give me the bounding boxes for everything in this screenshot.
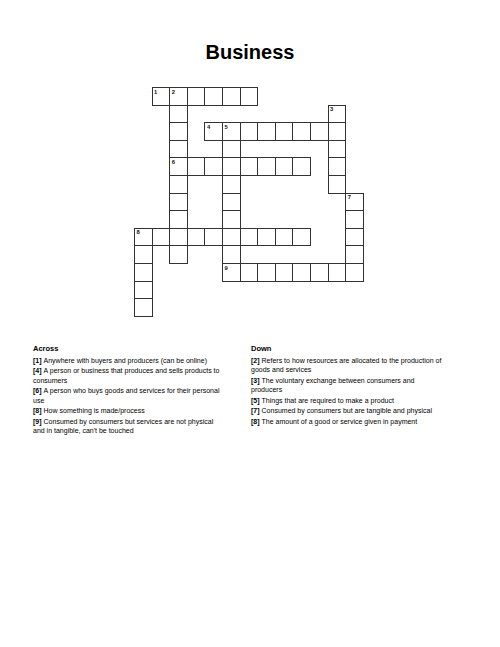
grid-cell-r4c4[interactable] (204, 157, 223, 176)
down-header: Down (251, 344, 473, 353)
clue-down-8: [8]The amount of a good or service given… (251, 417, 473, 427)
grid-cell-r4c5[interactable] (222, 157, 241, 176)
clue-number: 4 (207, 124, 210, 130)
grid-cell-r0c5[interactable] (222, 87, 241, 106)
grid-cell-r8c5[interactable] (222, 228, 241, 247)
grid-cell-r8c3[interactable] (187, 228, 206, 247)
grid-cell-r10c5[interactable]: 9 (222, 263, 241, 282)
clue-number: 6 (172, 159, 175, 165)
clue-text: Refers to how resources are allocated to… (251, 357, 441, 374)
grid-cell-r9c2[interactable] (169, 245, 188, 264)
clue-text: A person or business that produces and s… (33, 367, 219, 384)
clue-number-label: [6] (33, 387, 42, 394)
clue-text: A person who buys goods and services for… (33, 387, 219, 404)
grid-cell-r8c0[interactable]: 8 (134, 228, 153, 247)
grid-cell-r6c2[interactable] (169, 193, 188, 212)
clue-number: 2 (172, 89, 175, 95)
grid-cell-r9c12[interactable] (345, 245, 364, 264)
grid-cell-r0c2[interactable]: 2 (169, 87, 188, 106)
grid-cell-r9c5[interactable] (222, 245, 241, 264)
clue-across-1: [1]Anywhere with buyers and producers (c… (33, 356, 245, 366)
puzzle-title: Business (0, 40, 500, 64)
grid-cell-r8c4[interactable] (204, 228, 223, 247)
grid-cell-r1c11[interactable]: 3 (328, 105, 347, 124)
clue-number-label: [3] (251, 377, 260, 384)
grid-cell-r9c0[interactable] (134, 245, 153, 264)
clue-number: 9 (225, 265, 228, 271)
grid-cell-r8c12[interactable] (345, 228, 364, 247)
clue-text: Things that are required to make a produ… (262, 397, 394, 404)
grid-cell-r0c3[interactable] (187, 87, 206, 106)
grid-cell-r3c2[interactable] (169, 140, 188, 159)
across-clue-list: [1]Anywhere with buyers and producers (c… (33, 356, 245, 436)
clue-down-5: [5]Things that are required to make a pr… (251, 396, 473, 406)
across-header: Across (33, 344, 245, 353)
grid-cell-r2c2[interactable] (169, 122, 188, 141)
grid-cell-r10c10[interactable] (310, 263, 329, 282)
grid-cell-r3c5[interactable] (222, 140, 241, 159)
grid-cell-r10c9[interactable] (292, 263, 311, 282)
grid-cell-r4c3[interactable] (187, 157, 206, 176)
clue-number-label: [4] (33, 367, 42, 374)
grid-cell-r12c0[interactable] (134, 298, 153, 317)
grid-cell-r2c4[interactable]: 4 (204, 122, 223, 141)
clue-text: The voluntary exchange between consumers… (251, 377, 415, 394)
grid-cell-r8c6[interactable] (240, 228, 259, 247)
clue-number-label: [9] (33, 418, 42, 425)
clue-number-label: [8] (251, 418, 260, 425)
grid-cell-r1c2[interactable] (169, 105, 188, 124)
grid-cell-r2c10[interactable] (310, 122, 329, 141)
clue-down-7: [7]Consumed by consumers but are tangibl… (251, 406, 473, 416)
clue-number-label: [2] (251, 357, 260, 364)
grid-cell-r8c9[interactable] (292, 228, 311, 247)
grid-cell-r2c9[interactable] (292, 122, 311, 141)
grid-cell-r8c8[interactable] (275, 228, 294, 247)
grid-cell-r0c4[interactable] (204, 87, 223, 106)
clue-across-4: [4]A person or business that produces an… (33, 366, 245, 385)
puzzle-page: Business 123456789 Across [1]Anywhere wi… (0, 0, 500, 647)
grid-cell-r2c11[interactable] (328, 122, 347, 141)
grid-cell-r8c7[interactable] (257, 228, 276, 247)
clue-text: Consumed by consumers but services are n… (33, 418, 213, 435)
grid-cell-r10c7[interactable] (257, 263, 276, 282)
clue-number-label: [8] (33, 407, 42, 414)
clue-number: 7 (348, 194, 351, 200)
grid-cell-r8c1[interactable] (152, 228, 171, 247)
grid-cell-r2c6[interactable] (240, 122, 259, 141)
grid-cell-r11c0[interactable] (134, 281, 153, 300)
grid-cell-r10c6[interactable] (240, 263, 259, 282)
clue-across-6: [6]A person who buys goods and services … (33, 386, 245, 405)
grid-cell-r8c2[interactable] (169, 228, 188, 247)
clue-number: 1 (154, 89, 157, 95)
grid-cell-r10c12[interactable] (345, 263, 364, 282)
grid-cell-r2c7[interactable] (257, 122, 276, 141)
grid-cell-r6c5[interactable] (222, 193, 241, 212)
clue-text: Consumed by consumers but are tangible a… (262, 407, 432, 414)
grid-cell-r4c8[interactable] (275, 157, 294, 176)
grid-cell-r4c7[interactable] (257, 157, 276, 176)
across-clues-column: Across [1]Anywhere with buyers and produ… (33, 344, 245, 437)
clue-down-2: [2]Refers to how resources are allocated… (251, 356, 473, 375)
clue-number: 3 (330, 106, 333, 112)
grid-cell-r6c12[interactable]: 7 (345, 193, 364, 212)
grid-cell-r4c6[interactable] (240, 157, 259, 176)
clue-across-9: [9]Consumed by consumers but services ar… (33, 417, 245, 436)
grid-cell-r0c6[interactable] (240, 87, 259, 106)
grid-cell-r0c1[interactable]: 1 (152, 87, 171, 106)
clue-number-label: [7] (251, 407, 260, 414)
grid-cell-r7c5[interactable] (222, 210, 241, 229)
crossword-grid: 123456789 (134, 87, 364, 317)
grid-cell-r4c2[interactable]: 6 (169, 157, 188, 176)
grid-cell-r5c5[interactable] (222, 175, 241, 194)
clue-down-3: [3]The voluntary exchange between consum… (251, 376, 473, 395)
clue-text: The amount of a good or service given in… (262, 418, 418, 425)
clue-number: 8 (137, 229, 140, 235)
grid-cell-r10c0[interactable] (134, 263, 153, 282)
grid-cell-r4c11[interactable] (328, 157, 347, 176)
grid-cell-r10c11[interactable] (328, 263, 347, 282)
down-clue-list: [2]Refers to how resources are allocated… (251, 356, 473, 427)
grid-cell-r5c2[interactable] (169, 175, 188, 194)
grid-cell-r4c9[interactable] (292, 157, 311, 176)
clue-text: How something is made/process (44, 407, 145, 414)
down-clues-column: Down [2]Refers to how resources are allo… (251, 344, 473, 427)
grid-cell-r10c8[interactable] (275, 263, 294, 282)
grid-cell-r3c11[interactable] (328, 140, 347, 159)
clue-across-8: [8]How something is made/process (33, 406, 245, 416)
grid-cell-r5c11[interactable] (328, 175, 347, 194)
grid-cell-r7c12[interactable] (345, 210, 364, 229)
clue-number-label: [1] (33, 357, 42, 364)
clue-number-label: [5] (251, 397, 260, 404)
grid-cell-r2c8[interactable] (275, 122, 294, 141)
grid-cell-r2c5[interactable]: 5 (222, 122, 241, 141)
clue-text: Anywhere with buyers and producers (can … (44, 357, 207, 364)
clue-number: 5 (225, 124, 228, 130)
grid-cell-r7c2[interactable] (169, 210, 188, 229)
